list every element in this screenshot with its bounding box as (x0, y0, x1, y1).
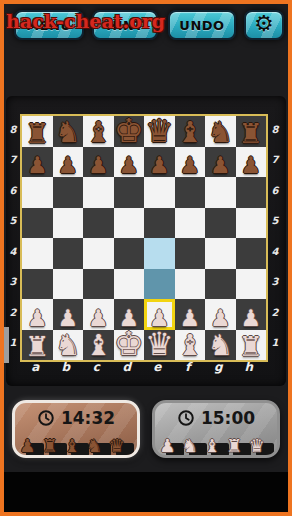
black-queen: ♛ (144, 115, 175, 147)
square-c4[interactable] (83, 238, 114, 269)
bishop-icon: ♝ (64, 437, 80, 455)
black-pawn: ♟ (144, 154, 175, 177)
white-clock-time: 15:00 (201, 408, 255, 428)
white-pawn: ♟ (144, 307, 175, 330)
white-bishop: ♝ (83, 331, 114, 360)
queen-icon: ♛ (109, 437, 125, 455)
black-rook: ♜ (22, 120, 53, 147)
white-rook: ♜ (22, 333, 53, 360)
square-h5[interactable] (236, 208, 267, 239)
tray-slot-pawn: ♟ (21, 434, 41, 458)
tray-slot-knight: ♞ (184, 434, 204, 458)
rank-label-6: 6 (269, 175, 281, 206)
white-bishop: ♝ (175, 331, 206, 360)
square-a3[interactable] (22, 269, 53, 300)
square-e8[interactable]: ♛ (144, 116, 175, 147)
rank-label-8: 8 (269, 114, 281, 145)
square-b5[interactable] (53, 208, 84, 239)
pawn-icon: ♟ (19, 437, 35, 455)
black-captured-tray: ♟♜♝♞♛ (15, 432, 137, 458)
square-b3[interactable] (53, 269, 84, 300)
white-pawn: ♟ (22, 307, 53, 330)
square-g1[interactable]: ♞ (205, 330, 236, 361)
square-c8[interactable]: ♝ (83, 116, 114, 147)
queen-icon: ♛ (249, 437, 265, 455)
screen-edge-artifact (4, 327, 9, 363)
square-c6[interactable] (83, 177, 114, 208)
black-pawn: ♟ (175, 154, 206, 177)
square-f8[interactable]: ♝ (175, 116, 206, 147)
file-label-g: g (203, 360, 234, 378)
white-pawn: ♟ (53, 307, 84, 330)
undo-button-label: UNDO (179, 18, 224, 33)
square-h4[interactable] (236, 238, 267, 269)
square-b1[interactable]: ♞ (53, 330, 84, 361)
white-rook: ♜ (236, 333, 267, 360)
square-h1[interactable]: ♜ (236, 330, 267, 361)
white-pawn: ♟ (83, 307, 114, 330)
bishop-icon: ♝ (204, 437, 220, 455)
rank-label-1: 1 (269, 328, 281, 359)
square-f2[interactable]: ♟ (175, 299, 206, 330)
file-label-h: h (234, 360, 265, 378)
white-captured-tray: ♟♞♝♜♛ (155, 432, 277, 458)
white-knight: ♞ (205, 331, 236, 360)
square-c5[interactable] (83, 208, 114, 239)
black-pawn: ♟ (205, 154, 236, 177)
black-pawn: ♟ (83, 154, 114, 177)
tray-slot-bishop: ♝ (206, 434, 226, 458)
file-label-e: e (142, 360, 173, 378)
white-pawn: ♟ (205, 307, 236, 330)
rank-label-3: 3 (269, 267, 281, 298)
black-pawn: ♟ (53, 154, 84, 177)
square-a7[interactable]: ♟ (22, 147, 53, 178)
square-c3[interactable] (83, 269, 114, 300)
rank-labels-right: 87654321 (269, 114, 281, 358)
file-labels: abcdefgh (20, 360, 264, 378)
black-knight: ♞ (205, 118, 236, 147)
rank-label-7: 7 (269, 145, 281, 176)
gear-icon: ⚙ (254, 13, 274, 35)
square-g3[interactable] (205, 269, 236, 300)
black-rook: ♜ (236, 120, 267, 147)
black-king: ♚ (114, 114, 145, 147)
square-e3[interactable] (144, 269, 175, 300)
rank-label-7: 7 (7, 145, 19, 176)
square-h7[interactable]: ♟ (236, 147, 267, 178)
square-a6[interactable] (22, 177, 53, 208)
white-queen: ♛ (144, 328, 175, 360)
tray-slot-knight: ♞ (88, 434, 108, 458)
rank-label-4: 4 (269, 236, 281, 267)
square-g6[interactable] (205, 177, 236, 208)
square-e2[interactable]: ♟ (144, 299, 175, 330)
black-player-panel: 14:32 ♟♜♝♞♛ (12, 400, 140, 458)
square-e7[interactable]: ♟ (144, 147, 175, 178)
square-g5[interactable] (205, 208, 236, 239)
clock-icon (37, 409, 55, 427)
rank-label-4: 4 (7, 236, 19, 267)
rank-label-8: 8 (7, 114, 19, 145)
white-knight: ♞ (53, 331, 84, 360)
file-label-a: a (20, 360, 51, 378)
square-a4[interactable] (22, 238, 53, 269)
app-screen: MENU HINT UNDO ⚙ hack-cheat.org ♜♞♝♚♛♝♞♜… (0, 0, 292, 516)
square-g7[interactable]: ♟ (205, 147, 236, 178)
watermark-text: hack-cheat.org (6, 10, 165, 32)
bottom-black-strip (4, 472, 288, 512)
square-f1[interactable]: ♝ (175, 330, 206, 361)
knight-icon: ♞ (182, 437, 198, 455)
chess-board: ♜♞♝♚♛♝♞♜♟♟♟♟♟♟♟♟♟♟♟♟♟♟♟♟♜♞♝♚♛♝♞♜ (20, 114, 268, 362)
square-e4[interactable] (144, 238, 175, 269)
black-pawn: ♟ (114, 154, 145, 177)
rank-label-2: 2 (7, 297, 19, 328)
square-c2[interactable]: ♟ (83, 299, 114, 330)
square-g2[interactable]: ♟ (205, 299, 236, 330)
square-a2[interactable]: ♟ (22, 299, 53, 330)
black-clock-time: 14:32 (61, 408, 115, 428)
square-b2[interactable]: ♟ (53, 299, 84, 330)
square-e5[interactable] (144, 208, 175, 239)
square-f3[interactable] (175, 269, 206, 300)
square-c7[interactable]: ♟ (83, 147, 114, 178)
board-grid: ♜♞♝♚♛♝♞♜♟♟♟♟♟♟♟♟♟♟♟♟♟♟♟♟♜♞♝♚♛♝♞♜ (22, 116, 266, 360)
square-h2[interactable]: ♟ (236, 299, 267, 330)
clock-icon (177, 409, 195, 427)
square-b8[interactable]: ♞ (53, 116, 84, 147)
tray-slot-rook: ♜ (44, 434, 64, 458)
rank-label-6: 6 (7, 175, 19, 206)
square-e6[interactable] (144, 177, 175, 208)
file-label-b: b (51, 360, 82, 378)
square-d8[interactable]: ♚ (114, 116, 145, 147)
square-h8[interactable]: ♜ (236, 116, 267, 147)
square-f4[interactable] (175, 238, 206, 269)
rook-icon: ♜ (226, 437, 242, 455)
rank-labels-left: 87654321 (7, 114, 19, 358)
rank-label-3: 3 (7, 267, 19, 298)
pawn-icon: ♟ (159, 437, 175, 455)
rank-label-5: 5 (7, 206, 19, 237)
white-pawn: ♟ (114, 307, 145, 330)
square-d1[interactable]: ♚ (114, 330, 145, 361)
square-d6[interactable] (114, 177, 145, 208)
white-pawn: ♟ (236, 307, 267, 330)
board-frame: ♜♞♝♚♛♝♞♜♟♟♟♟♟♟♟♟♟♟♟♟♟♟♟♟♜♞♝♚♛♝♞♜ (6, 96, 286, 386)
settings-button[interactable]: ⚙ (244, 10, 284, 40)
square-f7[interactable]: ♟ (175, 147, 206, 178)
square-f6[interactable] (175, 177, 206, 208)
file-label-f: f (173, 360, 204, 378)
file-label-d: d (112, 360, 143, 378)
square-g8[interactable]: ♞ (205, 116, 236, 147)
square-b6[interactable] (53, 177, 84, 208)
square-f5[interactable] (175, 208, 206, 239)
tray-slot-pawn: ♟ (161, 434, 181, 458)
knight-icon: ♞ (86, 437, 102, 455)
square-e1[interactable]: ♛ (144, 330, 175, 361)
square-c1[interactable]: ♝ (83, 330, 114, 361)
file-label-c: c (81, 360, 112, 378)
square-d2[interactable]: ♟ (114, 299, 145, 330)
square-b4[interactable] (53, 238, 84, 269)
square-d5[interactable] (114, 208, 145, 239)
square-d3[interactable] (114, 269, 145, 300)
tray-slot-rook: ♜ (228, 434, 248, 458)
rank-label-5: 5 (269, 206, 281, 237)
square-d7[interactable]: ♟ (114, 147, 145, 178)
square-h6[interactable] (236, 177, 267, 208)
rook-icon: ♜ (42, 437, 58, 455)
tray-slot-bishop: ♝ (66, 434, 86, 458)
white-pawn: ♟ (175, 307, 206, 330)
undo-button[interactable]: UNDO (168, 10, 236, 40)
square-h3[interactable] (236, 269, 267, 300)
square-a8[interactable]: ♜ (22, 116, 53, 147)
rank-label-2: 2 (269, 297, 281, 328)
white-player-panel: 15:00 ♟♞♝♜♛ (152, 400, 280, 458)
square-g4[interactable] (205, 238, 236, 269)
black-bishop: ♝ (175, 118, 206, 147)
square-a5[interactable] (22, 208, 53, 239)
tray-slot-queen: ♛ (111, 434, 131, 458)
black-pawn: ♟ (22, 154, 53, 177)
black-pawn: ♟ (236, 154, 267, 177)
tray-slot-queen: ♛ (251, 434, 271, 458)
square-a1[interactable]: ♜ (22, 330, 53, 361)
black-knight: ♞ (53, 118, 84, 147)
white-king: ♚ (114, 327, 145, 360)
square-b7[interactable]: ♟ (53, 147, 84, 178)
black-bishop: ♝ (83, 118, 114, 147)
square-d4[interactable] (114, 238, 145, 269)
